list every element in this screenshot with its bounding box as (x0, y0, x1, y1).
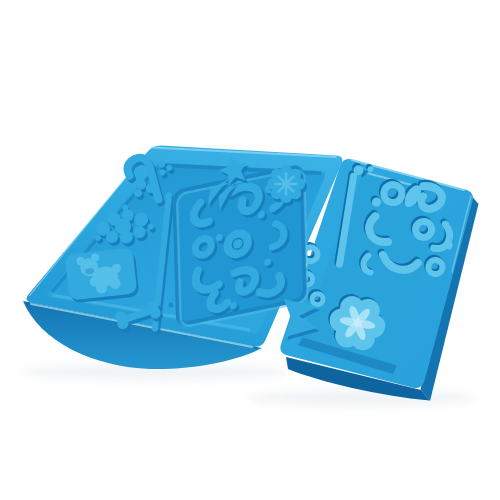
product-photo (0, 0, 500, 500)
floor-dimple (169, 303, 174, 308)
snowflake-medallion-relief (267, 165, 305, 203)
cast-shadow-back (247, 389, 477, 407)
teddy-bear-relief (65, 248, 137, 301)
front-mold-tray (23, 145, 342, 369)
scene-svg (0, 0, 500, 500)
